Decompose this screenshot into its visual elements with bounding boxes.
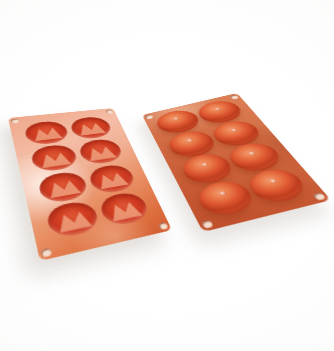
product-photo	[0, 0, 334, 351]
dome-side-mold	[142, 93, 331, 232]
cavity-grid	[8, 108, 172, 261]
dome-grid	[142, 93, 331, 232]
cavity-reflection	[108, 201, 143, 222]
dome-vent-dot	[187, 138, 194, 142]
cavity-recess	[45, 199, 102, 239]
mold-cell	[94, 189, 155, 231]
dome-vent-dot	[174, 117, 181, 121]
dome-vent-dot	[230, 128, 238, 132]
cavity-reflection	[39, 152, 71, 169]
cavity-recess	[68, 116, 114, 141]
cavity-reflection	[47, 179, 81, 198]
cavity-reflection	[77, 122, 106, 135]
dome-vent-dot	[219, 190, 228, 196]
dome-vent-dot	[269, 178, 278, 183]
cavity-reflection	[86, 146, 117, 161]
dome-vent-dot	[202, 162, 210, 167]
cavity-reflection	[96, 172, 129, 190]
dome-vent-dot	[248, 151, 256, 156]
cavity-reflection	[56, 210, 93, 233]
dome-vent-dot	[214, 107, 221, 111]
cavity-recess	[97, 191, 152, 228]
cavity-reflection	[32, 127, 63, 141]
cavity-side-mold	[8, 108, 172, 261]
